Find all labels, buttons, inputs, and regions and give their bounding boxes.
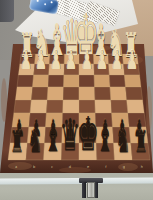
- frame-burl-grain: [118, 163, 138, 171]
- square-b4[interactable]: [30, 100, 47, 113]
- square-d5[interactable]: [63, 87, 79, 100]
- square-f6[interactable]: [94, 75, 110, 87]
- square-e5[interactable]: [79, 87, 95, 100]
- piece-white-pawn-b7[interactable]: ♟: [35, 47, 47, 73]
- piece-white-pawn-g7[interactable]: ♟: [111, 47, 123, 73]
- square-g5[interactable]: [110, 87, 127, 100]
- piece-black-bishop-c1[interactable]: ♝: [44, 121, 61, 157]
- latch-prong: [82, 182, 86, 198]
- file-label-c: c: [51, 165, 53, 169]
- square-h6[interactable]: [124, 75, 141, 87]
- piece-black-king-e1[interactable]: ♚: [77, 110, 99, 157]
- piece-white-pawn-c7[interactable]: ♟: [50, 47, 62, 73]
- piece-white-pawn-d7[interactable]: ♟: [65, 47, 77, 73]
- square-a6[interactable]: [17, 75, 34, 87]
- piece-black-knight-g1[interactable]: ♞: [116, 125, 131, 157]
- file-label-h: h: [141, 165, 143, 169]
- square-d6[interactable]: [64, 75, 80, 87]
- file-label-a: a: [15, 165, 17, 169]
- frame-burl-grain: [1, 78, 7, 122]
- square-a5[interactable]: [15, 87, 32, 100]
- piece-black-knight-b1[interactable]: ♞: [27, 125, 42, 157]
- file-label-d: d: [69, 165, 71, 169]
- piece-black-rook-a1[interactable]: ♜: [10, 126, 24, 156]
- chess-photo-canvas: abcdefgh ♜♞♝♛♚♝♞♜♟♟♟♟♟♟♟♟♟♟♟♟♟♟♟♟♜♞♝♛♚♝♞…: [0, 0, 153, 200]
- square-b5[interactable]: [31, 87, 48, 100]
- square-e6[interactable]: [79, 75, 95, 87]
- piece-black-bishop-f1[interactable]: ♝: [97, 121, 114, 157]
- frame-burl-grain: [8, 162, 32, 170]
- square-h4[interactable]: [127, 100, 145, 113]
- square-g6[interactable]: [109, 75, 125, 87]
- piece-white-pawn-a7[interactable]: ♟: [20, 47, 32, 73]
- box-latch: [79, 178, 103, 200]
- piece-white-pawn-h7[interactable]: ♟: [126, 47, 138, 73]
- piece-white-pawn-e7[interactable]: ♟: [80, 47, 92, 73]
- square-h5[interactable]: [126, 87, 143, 100]
- square-f5[interactable]: [95, 87, 111, 100]
- square-c6[interactable]: [48, 75, 64, 87]
- square-c5[interactable]: [47, 87, 63, 100]
- latch-plate: [87, 182, 95, 198]
- square-b6[interactable]: [33, 75, 49, 87]
- file-label-g: g: [123, 165, 125, 169]
- square-g4[interactable]: [111, 100, 128, 113]
- square-a4[interactable]: [14, 100, 32, 113]
- latch-prong: [95, 182, 99, 198]
- piece-black-rook-h1[interactable]: ♜: [134, 126, 148, 156]
- piece-white-pawn-f7[interactable]: ♟: [96, 47, 108, 73]
